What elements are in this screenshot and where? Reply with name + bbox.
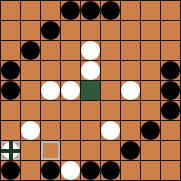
cell-r8c3[interactable] — [61, 161, 81, 181]
cell-r8c7[interactable] — [141, 161, 161, 181]
cell-r5c6[interactable] — [121, 101, 141, 121]
cell-r0c5[interactable] — [101, 1, 121, 21]
cell-r7c8[interactable] — [161, 141, 181, 161]
cell-r3c6[interactable] — [121, 61, 141, 81]
cell-r6c8[interactable] — [161, 121, 181, 141]
black-stone — [1, 61, 20, 80]
black-stone — [161, 81, 180, 100]
cell-r2c8[interactable] — [161, 41, 181, 61]
cell-r3c7[interactable] — [141, 61, 161, 81]
cell-r6c6[interactable] — [121, 121, 141, 141]
cell-r5c1[interactable] — [21, 101, 41, 121]
white-stone — [121, 81, 140, 100]
white-stone — [81, 41, 100, 60]
cell-r3c1[interactable] — [21, 61, 41, 81]
cell-r0c7[interactable] — [141, 1, 161, 21]
black-stone — [1, 81, 20, 100]
black-stone — [61, 1, 80, 20]
cell-r3c0[interactable] — [1, 61, 21, 81]
cell-r2c2[interactable] — [41, 41, 61, 61]
cell-r1c6[interactable] — [121, 21, 141, 41]
green-square-marker[interactable] — [81, 81, 101, 101]
cell-r6c3[interactable] — [61, 121, 81, 141]
cell-r0c6[interactable] — [121, 1, 141, 21]
black-stone — [81, 1, 100, 20]
black-stone — [101, 1, 120, 20]
white-stone — [101, 121, 120, 140]
cell-r0c8[interactable] — [161, 1, 181, 21]
cell-r4c0[interactable] — [1, 81, 21, 101]
cell-r1c4[interactable] — [81, 21, 101, 41]
white-stone — [61, 161, 80, 180]
cell-r6c0[interactable] — [1, 121, 21, 141]
cell-r8c5[interactable] — [101, 161, 121, 181]
cell-r7c3[interactable] — [61, 141, 81, 161]
cell-r7c1[interactable] — [21, 141, 41, 161]
cell-r1c1[interactable] — [21, 21, 41, 41]
cell-r5c5[interactable] — [101, 101, 121, 121]
black-stone — [81, 161, 100, 180]
cell-r2c0[interactable] — [1, 41, 21, 61]
black-stone — [41, 161, 60, 180]
cell-r4c5[interactable] — [101, 81, 121, 101]
cell-r7c6[interactable] — [121, 141, 141, 161]
cell-r4c1[interactable] — [21, 81, 41, 101]
cell-r4c3[interactable] — [61, 81, 81, 101]
black-stone — [21, 41, 40, 60]
cell-r0c3[interactable] — [61, 1, 81, 21]
black-stone — [161, 101, 180, 120]
cell-r7c4[interactable] — [81, 141, 101, 161]
cell-r2c3[interactable] — [61, 41, 81, 61]
game-board — [0, 0, 181, 181]
cell-r7c5[interactable] — [101, 141, 121, 161]
cursor-cell[interactable] — [1, 141, 21, 161]
cell-r1c3[interactable] — [61, 21, 81, 41]
cell-r8c6[interactable] — [121, 161, 141, 181]
cell-r6c5[interactable] — [101, 121, 121, 141]
white-stone — [81, 61, 100, 80]
black-stone — [41, 21, 60, 40]
black-stone — [101, 161, 120, 180]
cell-r3c5[interactable] — [101, 61, 121, 81]
cell-r5c7[interactable] — [141, 101, 161, 121]
cell-r0c2[interactable] — [41, 1, 61, 21]
cell-r5c2[interactable] — [41, 101, 61, 121]
cell-r6c4[interactable] — [81, 121, 101, 141]
cell-r5c4[interactable] — [81, 101, 101, 121]
cell-r4c6[interactable] — [121, 81, 141, 101]
cell-r2c4[interactable] — [81, 41, 101, 61]
cell-r3c2[interactable] — [41, 61, 61, 81]
cell-r4c2[interactable] — [41, 81, 61, 101]
cell-r3c8[interactable] — [161, 61, 181, 81]
cell-r0c4[interactable] — [81, 1, 101, 21]
cell-r8c4[interactable] — [81, 161, 101, 181]
cell-r8c2[interactable] — [41, 161, 61, 181]
cell-r6c7[interactable] — [141, 121, 161, 141]
cell-r3c3[interactable] — [61, 61, 81, 81]
cell-r2c7[interactable] — [141, 41, 161, 61]
black-stone — [121, 141, 140, 160]
cell-r5c3[interactable] — [61, 101, 81, 121]
crosshair-icon — [9, 141, 13, 160]
black-stone — [141, 121, 160, 140]
cell-r6c2[interactable] — [41, 121, 61, 141]
cell-r1c2[interactable] — [41, 21, 61, 41]
black-stone — [161, 61, 180, 80]
cell-r8c1[interactable] — [21, 161, 41, 181]
cell-r4c8[interactable] — [161, 81, 181, 101]
cell-r5c8[interactable] — [161, 101, 181, 121]
cell-r3c4[interactable] — [81, 61, 101, 81]
cell-r1c8[interactable] — [161, 21, 181, 41]
white-stone — [21, 121, 40, 140]
black-stone — [1, 161, 20, 180]
white-stone — [41, 81, 60, 100]
cell-r0c0[interactable] — [1, 1, 21, 21]
cell-r8c0[interactable] — [1, 161, 21, 181]
cell-r5c0[interactable] — [1, 101, 21, 121]
cell-r7c7[interactable] — [141, 141, 161, 161]
cell-r2c1[interactable] — [21, 41, 41, 61]
cell-r8c8[interactable] — [161, 161, 181, 181]
cell-r1c7[interactable] — [141, 21, 161, 41]
cell-r6c1[interactable] — [21, 121, 41, 141]
cell-r2c6[interactable] — [121, 41, 141, 61]
cell-r4c7[interactable] — [141, 81, 161, 101]
white-stone — [61, 81, 80, 100]
cell-r1c5[interactable] — [101, 21, 121, 41]
highlighted-cell[interactable] — [41, 141, 61, 161]
cell-r2c5[interactable] — [101, 41, 121, 61]
cell-r0c1[interactable] — [21, 1, 41, 21]
cell-r1c0[interactable] — [1, 21, 21, 41]
